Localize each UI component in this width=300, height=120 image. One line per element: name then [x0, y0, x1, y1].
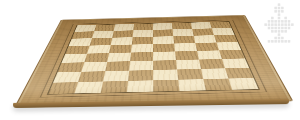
- square-d1: [127, 80, 153, 92]
- square-c1: [101, 81, 128, 93]
- chess-board: [14, 15, 293, 108]
- square-g2: [201, 68, 228, 79]
- square-d2: [128, 70, 153, 81]
- square-e2: [153, 69, 178, 80]
- pixel-fleur-de-lis-logo-icon: [264, 3, 294, 43]
- square-g1: [203, 79, 232, 91]
- square-b2: [78, 71, 105, 82]
- square-e1: [153, 80, 179, 92]
- product-photo: [0, 0, 300, 120]
- square-f1: [178, 79, 206, 91]
- square-b1: [74, 81, 103, 93]
- square-h2: [225, 68, 254, 79]
- square-h1: [228, 78, 258, 90]
- square-f2: [177, 69, 203, 80]
- board-grid: [47, 21, 260, 94]
- square-c2: [103, 71, 129, 82]
